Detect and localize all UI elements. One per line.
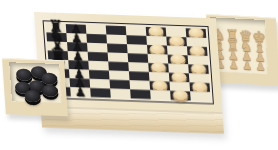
draughts-man-natural [149,44,165,55]
natural-pawn: ♟ [240,61,254,72]
natural-pawn: ♟ [254,62,268,73]
draughts-man-natural [192,81,208,92]
black-pawn: ♟ [75,86,87,98]
draughts-man-natural [169,35,185,46]
left-drawer [2,58,68,116]
draughts-man-natural [152,80,168,91]
draughts-man-natural [191,63,207,74]
square-b1: ♟ [70,87,91,97]
draughts-man-natural [151,62,167,73]
board-outline: ♜♟♞♟♝♟♛♟♚♟♝♟♞♟♜♟ [43,20,214,104]
square-f1 [150,90,171,100]
draughts-man-natural [171,71,187,82]
square-h1 [190,91,211,101]
square-d1 [110,89,131,99]
square-g1 [170,91,191,101]
draughts-man-natural [188,27,204,38]
left-drawer-interior [9,62,62,103]
draughts-man-natural [189,45,205,56]
natural-pawn: ♟ [227,60,241,71]
draughts-man-natural [148,25,164,36]
product-photo-wooden-chess-draughts-set: ♞♜♛♚♝♜♞♝♟♟♟♟♟♟♟♟ ♜♟♞♟♝♟♛♟♚♟♝♟♞♟♜♟ [0,0,278,150]
draughts-man-black [42,84,59,97]
checkerboard: ♜♟♞♟♝♟♛♟♚♟♝♟♞♟♜♟ [46,23,211,101]
draughts-man-natural [170,53,186,64]
square-e1 [130,89,151,99]
square-c1 [90,88,111,98]
draughts-man-natural [173,89,189,100]
